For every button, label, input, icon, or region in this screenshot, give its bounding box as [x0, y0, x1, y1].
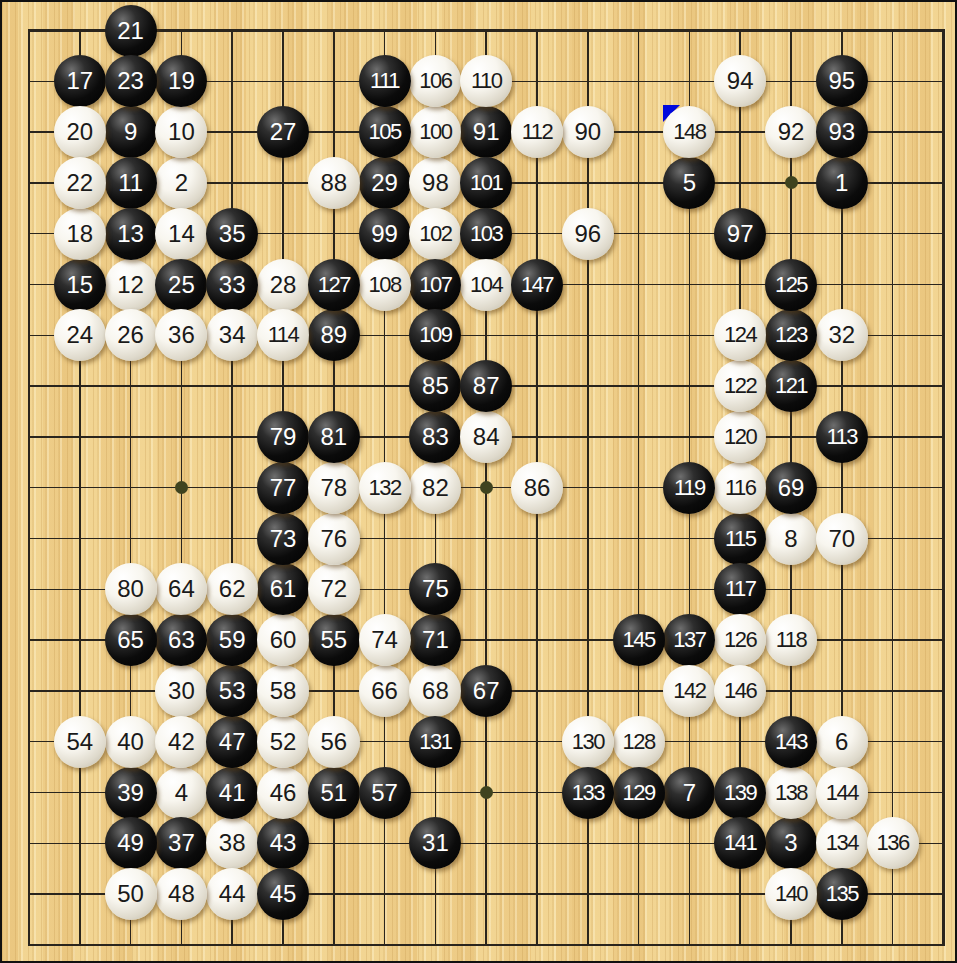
move-number: 48 — [168, 882, 195, 906]
stone-94: 94 — [714, 55, 766, 107]
move-number: 142 — [673, 680, 705, 702]
stone-22: 22 — [54, 157, 106, 209]
move-number: 141 — [724, 832, 756, 854]
move-number: 17 — [66, 69, 93, 93]
stone-132: 132 — [359, 462, 411, 514]
move-number: 12 — [117, 273, 144, 297]
move-number: 137 — [673, 629, 705, 651]
stone-62: 62 — [206, 563, 258, 615]
move-number: 118 — [776, 629, 807, 651]
move-number: 9 — [124, 120, 137, 144]
stone-3: 3 — [765, 817, 817, 869]
star-point — [785, 176, 798, 189]
grid-line-vertical — [892, 29, 894, 946]
move-number: 63 — [168, 628, 195, 652]
move-number: 54 — [66, 730, 93, 754]
go-board[interactable]: 1234567891011121314151718192021222324252… — [0, 0, 957, 963]
move-number: 94 — [727, 69, 754, 93]
move-number: 133 — [572, 782, 604, 804]
stone-35: 35 — [206, 208, 258, 260]
stone-99: 99 — [359, 208, 411, 260]
stone-105: 105 — [359, 106, 411, 158]
stone-128: 128 — [613, 716, 665, 768]
move-number: 91 — [473, 120, 500, 144]
stone-108: 108 — [359, 259, 411, 311]
stone-73: 73 — [257, 513, 309, 565]
move-number: 5 — [683, 171, 696, 195]
move-number: 73 — [270, 527, 297, 551]
move-number: 20 — [66, 120, 93, 144]
stone-55: 55 — [308, 614, 360, 666]
move-number: 70 — [828, 527, 855, 551]
move-number: 40 — [117, 730, 144, 754]
move-number: 14 — [168, 222, 195, 246]
move-number: 79 — [270, 425, 297, 449]
stone-49: 49 — [105, 817, 157, 869]
stone-18: 18 — [54, 208, 106, 260]
move-number: 93 — [828, 120, 855, 144]
stone-82: 82 — [409, 462, 461, 514]
move-number: 102 — [419, 223, 451, 245]
move-number: 124 — [724, 324, 756, 346]
move-number: 26 — [117, 323, 144, 347]
move-number: 127 — [318, 274, 350, 296]
stone-119: 119 — [663, 462, 715, 514]
move-number: 7 — [683, 781, 696, 805]
move-number: 24 — [66, 323, 93, 347]
stone-8: 8 — [765, 513, 817, 565]
stone-86: 86 — [511, 462, 563, 514]
stone-72: 72 — [308, 563, 360, 615]
stone-124: 124 — [714, 309, 766, 361]
stone-6: 6 — [816, 716, 868, 768]
move-number: 97 — [727, 222, 754, 246]
stone-58: 58 — [257, 665, 309, 717]
stone-115: 115 — [714, 513, 766, 565]
move-number: 108 — [368, 274, 400, 296]
stone-61: 61 — [257, 563, 309, 615]
stone-123: 123 — [765, 309, 817, 361]
stone-67: 67 — [460, 665, 512, 717]
move-number: 119 — [674, 477, 705, 499]
move-number: 134 — [826, 832, 858, 854]
move-number: 43 — [270, 831, 297, 855]
stone-100: 100 — [409, 106, 461, 158]
stone-139: 139 — [714, 767, 766, 819]
move-number: 32 — [828, 323, 855, 347]
stone-122: 122 — [714, 360, 766, 412]
move-number: 116 — [725, 477, 756, 499]
stone-7: 7 — [663, 767, 715, 819]
stone-70: 70 — [816, 513, 868, 565]
stone-117: 117 — [714, 563, 766, 615]
stone-133: 133 — [562, 767, 614, 819]
stone-142: 142 — [663, 665, 715, 717]
stone-57: 57 — [359, 767, 411, 819]
move-number: 78 — [320, 476, 347, 500]
move-number: 42 — [168, 730, 195, 754]
move-number: 1 — [835, 171, 848, 195]
move-number: 72 — [320, 577, 347, 601]
move-number: 44 — [219, 882, 246, 906]
stone-47: 47 — [206, 716, 258, 768]
move-number: 6 — [835, 730, 848, 754]
move-number: 75 — [422, 577, 449, 601]
move-number: 83 — [422, 425, 449, 449]
move-number: 98 — [422, 171, 449, 195]
stone-141: 141 — [714, 817, 766, 869]
move-number: 27 — [270, 120, 297, 144]
stone-130: 130 — [562, 716, 614, 768]
stone-127: 127 — [308, 259, 360, 311]
stone-54: 54 — [54, 716, 106, 768]
stone-27: 27 — [257, 106, 309, 158]
stone-46: 46 — [257, 767, 309, 819]
move-number: 10 — [168, 120, 195, 144]
stone-98: 98 — [409, 157, 461, 209]
move-number: 36 — [168, 323, 195, 347]
stone-109: 109 — [409, 309, 461, 361]
stone-64: 64 — [155, 563, 207, 615]
stone-23: 23 — [105, 55, 157, 107]
stone-21: 21 — [105, 5, 157, 57]
move-number: 85 — [422, 374, 449, 398]
stone-4: 4 — [155, 767, 207, 819]
stone-138: 138 — [765, 767, 817, 819]
move-number: 87 — [473, 374, 500, 398]
move-number: 107 — [419, 274, 451, 296]
move-number: 88 — [320, 171, 347, 195]
move-number: 109 — [419, 324, 451, 346]
stone-56: 56 — [308, 716, 360, 768]
move-number: 105 — [368, 121, 400, 143]
move-number: 2 — [175, 171, 188, 195]
stone-75: 75 — [409, 563, 461, 615]
stone-121: 121 — [765, 360, 817, 412]
move-number: 140 — [775, 883, 807, 905]
move-number: 19 — [168, 69, 195, 93]
stone-38: 38 — [206, 817, 258, 869]
stone-106: 106 — [409, 55, 461, 107]
stone-51: 51 — [308, 767, 360, 819]
stone-77: 77 — [257, 462, 309, 514]
stone-32: 32 — [816, 309, 868, 361]
move-number: 65 — [117, 628, 144, 652]
move-number: 126 — [724, 629, 756, 651]
move-number: 80 — [117, 577, 144, 601]
stone-81: 81 — [308, 411, 360, 463]
move-number: 61 — [270, 577, 297, 601]
move-number: 31 — [422, 831, 449, 855]
move-number: 13 — [117, 222, 144, 246]
stone-91: 91 — [460, 106, 512, 158]
stone-126: 126 — [714, 614, 766, 666]
move-number: 125 — [775, 274, 807, 296]
stone-44: 44 — [206, 868, 258, 920]
move-number: 74 — [371, 628, 398, 652]
move-number: 38 — [219, 831, 246, 855]
move-number: 145 — [622, 629, 654, 651]
move-number: 30 — [168, 679, 195, 703]
stone-147: 147 — [511, 259, 563, 311]
stone-144: 144 — [816, 767, 868, 819]
move-number: 112 — [522, 121, 553, 143]
stone-103: 103 — [460, 208, 512, 260]
move-number: 111 — [370, 70, 399, 92]
move-number: 66 — [371, 679, 398, 703]
star-point — [480, 481, 493, 494]
stone-84: 84 — [460, 411, 512, 463]
stone-19: 19 — [155, 55, 207, 107]
stone-143: 143 — [765, 716, 817, 768]
stone-17: 17 — [54, 55, 106, 107]
move-number: 77 — [270, 476, 297, 500]
move-number: 52 — [270, 730, 297, 754]
move-number: 57 — [371, 781, 398, 805]
stone-104: 104 — [460, 259, 512, 311]
stone-114: 114 — [257, 309, 309, 361]
move-number: 144 — [826, 782, 858, 804]
stone-146: 146 — [714, 665, 766, 717]
move-number: 131 — [419, 731, 451, 753]
stone-30: 30 — [155, 665, 207, 717]
move-number: 147 — [521, 274, 553, 296]
move-number: 46 — [270, 781, 297, 805]
move-number: 41 — [219, 781, 246, 805]
move-number: 11 — [118, 171, 143, 195]
move-number: 50 — [117, 882, 144, 906]
stone-59: 59 — [206, 614, 258, 666]
stone-60: 60 — [257, 614, 309, 666]
move-number: 82 — [422, 476, 449, 500]
move-number: 104 — [470, 274, 502, 296]
move-number: 55 — [320, 628, 347, 652]
stone-25: 25 — [155, 259, 207, 311]
stone-13: 13 — [105, 208, 157, 260]
grid-line-vertical — [942, 29, 945, 946]
move-number: 148 — [673, 121, 705, 143]
stone-71: 71 — [409, 614, 461, 666]
stone-102: 102 — [409, 208, 461, 260]
move-number: 84 — [473, 425, 500, 449]
move-number: 64 — [168, 577, 195, 601]
stone-29: 29 — [359, 157, 411, 209]
stone-85: 85 — [409, 360, 461, 412]
stone-39: 39 — [105, 767, 157, 819]
stone-74: 74 — [359, 614, 411, 666]
stone-95: 95 — [816, 55, 868, 107]
stone-113: 113 — [816, 411, 868, 463]
move-number: 18 — [66, 222, 93, 246]
move-number: 3 — [784, 831, 797, 855]
stone-97: 97 — [714, 208, 766, 260]
move-number: 115 — [725, 528, 756, 550]
move-number: 68 — [422, 679, 449, 703]
stone-69: 69 — [765, 462, 817, 514]
stone-135: 135 — [816, 868, 868, 920]
move-number: 132 — [368, 477, 400, 499]
stone-140: 140 — [765, 868, 817, 920]
stone-88: 88 — [308, 157, 360, 209]
stone-1: 1 — [816, 157, 868, 209]
stone-134: 134 — [816, 817, 868, 869]
stone-136: 136 — [867, 817, 919, 869]
move-number: 130 — [572, 731, 604, 753]
stone-107: 107 — [409, 259, 461, 311]
move-number: 33 — [219, 273, 246, 297]
move-number: 15 — [66, 273, 93, 297]
stone-145: 145 — [613, 614, 665, 666]
move-number: 86 — [524, 476, 551, 500]
move-number: 136 — [876, 832, 908, 854]
move-number: 138 — [775, 782, 807, 804]
move-number: 23 — [117, 69, 144, 93]
move-number: 76 — [320, 527, 347, 551]
move-number: 67 — [473, 679, 500, 703]
move-number: 121 — [775, 375, 807, 397]
stone-79: 79 — [257, 411, 309, 463]
stone-40: 40 — [105, 716, 157, 768]
move-number: 128 — [622, 731, 654, 753]
stone-48: 48 — [155, 868, 207, 920]
stone-89: 89 — [308, 309, 360, 361]
move-number: 39 — [117, 781, 144, 805]
move-number: 60 — [270, 628, 297, 652]
move-number: 34 — [219, 323, 246, 347]
stone-31: 31 — [409, 817, 461, 869]
stone-43: 43 — [257, 817, 309, 869]
move-number: 37 — [168, 831, 195, 855]
move-number: 129 — [622, 782, 654, 804]
move-number: 56 — [320, 730, 347, 754]
move-number: 106 — [419, 70, 451, 92]
move-number: 21 — [117, 19, 144, 43]
move-number: 81 — [320, 425, 347, 449]
stone-83: 83 — [409, 411, 461, 463]
stone-28: 28 — [257, 259, 309, 311]
stone-52: 52 — [257, 716, 309, 768]
stone-36: 36 — [155, 309, 207, 361]
move-number: 90 — [574, 120, 601, 144]
move-number: 120 — [724, 426, 756, 448]
stone-14: 14 — [155, 208, 207, 260]
move-number: 47 — [219, 730, 246, 754]
stone-50: 50 — [105, 868, 157, 920]
stone-131: 131 — [409, 716, 461, 768]
move-number: 110 — [471, 70, 502, 92]
move-number: 143 — [775, 731, 807, 753]
stone-76: 76 — [308, 513, 360, 565]
stone-33: 33 — [206, 259, 258, 311]
stone-118: 118 — [765, 614, 817, 666]
star-point — [480, 786, 493, 799]
star-point — [175, 481, 188, 494]
stone-137: 137 — [663, 614, 715, 666]
move-number: 100 — [419, 121, 451, 143]
stone-92: 92 — [765, 106, 817, 158]
move-number: 95 — [828, 69, 855, 93]
stone-68: 68 — [409, 665, 461, 717]
stone-2: 2 — [155, 157, 207, 209]
stone-15: 15 — [54, 259, 106, 311]
move-number: 114 — [268, 324, 299, 346]
stone-24: 24 — [54, 309, 106, 361]
move-number: 139 — [724, 782, 756, 804]
stone-87: 87 — [460, 360, 512, 412]
move-number: 45 — [270, 882, 297, 906]
stone-90: 90 — [562, 106, 614, 158]
move-number: 58 — [270, 679, 297, 703]
move-number: 49 — [117, 831, 144, 855]
move-number: 51 — [320, 781, 347, 805]
move-number: 123 — [775, 324, 807, 346]
move-number: 25 — [168, 273, 195, 297]
move-number: 53 — [219, 679, 246, 703]
move-number: 122 — [724, 375, 756, 397]
stone-116: 116 — [714, 462, 766, 514]
stone-41: 41 — [206, 767, 258, 819]
stone-10: 10 — [155, 106, 207, 158]
stone-20: 20 — [54, 106, 106, 158]
move-number: 35 — [219, 222, 246, 246]
stone-9: 9 — [105, 106, 157, 158]
stone-78: 78 — [308, 462, 360, 514]
stone-96: 96 — [562, 208, 614, 260]
stone-111: 111 — [359, 55, 411, 107]
move-number: 71 — [422, 628, 449, 652]
move-number: 22 — [66, 171, 93, 195]
stone-12: 12 — [105, 259, 157, 311]
move-number: 69 — [778, 476, 805, 500]
stone-93: 93 — [816, 106, 868, 158]
stone-120: 120 — [714, 411, 766, 463]
move-number: 28 — [270, 273, 297, 297]
stone-148: 148 — [663, 106, 715, 158]
stone-66: 66 — [359, 665, 411, 717]
stone-34: 34 — [206, 309, 258, 361]
stone-45: 45 — [257, 868, 309, 920]
stone-65: 65 — [105, 614, 157, 666]
stone-125: 125 — [765, 259, 817, 311]
move-number: 113 — [827, 426, 858, 448]
stone-42: 42 — [155, 716, 207, 768]
stone-112: 112 — [511, 106, 563, 158]
move-number: 146 — [724, 680, 756, 702]
stone-53: 53 — [206, 665, 258, 717]
stone-63: 63 — [155, 614, 207, 666]
grid-line-horizontal — [28, 944, 945, 947]
stone-11: 11 — [105, 157, 157, 209]
move-number: 101 — [470, 172, 502, 194]
move-number: 92 — [778, 120, 805, 144]
move-number: 8 — [784, 527, 797, 551]
move-number: 89 — [320, 323, 347, 347]
move-number: 96 — [574, 222, 601, 246]
move-number: 135 — [826, 883, 858, 905]
move-number: 99 — [371, 222, 398, 246]
move-number: 29 — [371, 171, 398, 195]
move-number: 62 — [219, 577, 246, 601]
move-number: 117 — [725, 578, 756, 600]
move-number: 59 — [219, 628, 246, 652]
stone-110: 110 — [460, 55, 512, 107]
move-number: 103 — [470, 223, 502, 245]
stone-26: 26 — [105, 309, 157, 361]
move-number: 4 — [175, 781, 188, 805]
stone-129: 129 — [613, 767, 665, 819]
stone-80: 80 — [105, 563, 157, 615]
stone-37: 37 — [155, 817, 207, 869]
